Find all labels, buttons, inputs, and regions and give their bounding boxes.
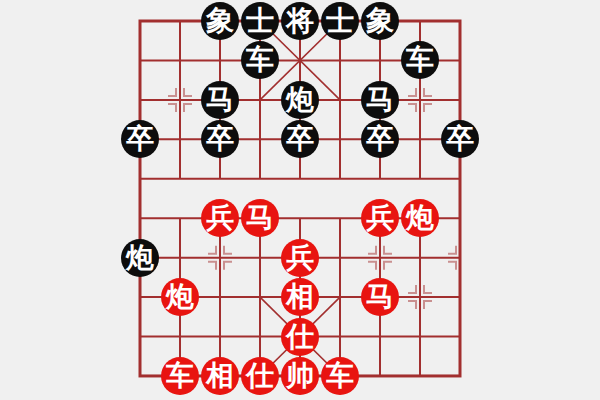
piece-red-advisor[interactable]: 仕 (281, 318, 319, 356)
piece-red-advisor[interactable]: 仕 (241, 357, 279, 395)
piece-red-general[interactable]: 帅 (281, 357, 319, 395)
piece-red-soldier[interactable]: 兵 (201, 199, 239, 237)
piece-red-chariot[interactable]: 车 (161, 357, 199, 395)
piece-red-horse[interactable]: 马 (241, 199, 279, 237)
piece-black-soldier[interactable]: 卒 (121, 120, 159, 158)
piece-red-elephant[interactable]: 相 (201, 357, 239, 395)
piece-black-soldier[interactable]: 卒 (441, 120, 479, 158)
piece-black-advisor[interactable]: 士 (241, 2, 279, 40)
piece-red-chariot[interactable]: 车 (321, 357, 359, 395)
piece-red-cannon[interactable]: 炮 (401, 199, 439, 237)
xiangqi-board: 象士将士象车车马炮马卒卒卒卒卒炮兵马兵炮兵炮相马仕车相仕帅车 (0, 0, 600, 400)
piece-red-soldier[interactable]: 兵 (361, 199, 399, 237)
piece-black-advisor[interactable]: 士 (321, 2, 359, 40)
piece-black-chariot[interactable]: 车 (241, 41, 279, 79)
piece-red-cannon[interactable]: 炮 (161, 278, 199, 316)
piece-black-cannon[interactable]: 炮 (121, 239, 159, 277)
piece-black-soldier[interactable]: 卒 (361, 120, 399, 158)
piece-black-horse[interactable]: 马 (201, 81, 239, 119)
piece-black-soldier[interactable]: 卒 (281, 120, 319, 158)
piece-red-soldier[interactable]: 兵 (281, 239, 319, 277)
piece-black-elephant[interactable]: 象 (361, 2, 399, 40)
piece-black-elephant[interactable]: 象 (201, 2, 239, 40)
piece-black-general[interactable]: 将 (281, 2, 319, 40)
piece-black-chariot[interactable]: 车 (401, 41, 439, 79)
piece-black-cannon[interactable]: 炮 (281, 81, 319, 119)
piece-black-horse[interactable]: 马 (361, 81, 399, 119)
piece-red-elephant[interactable]: 相 (281, 278, 319, 316)
piece-red-horse[interactable]: 马 (361, 278, 399, 316)
piece-black-soldier[interactable]: 卒 (201, 120, 239, 158)
